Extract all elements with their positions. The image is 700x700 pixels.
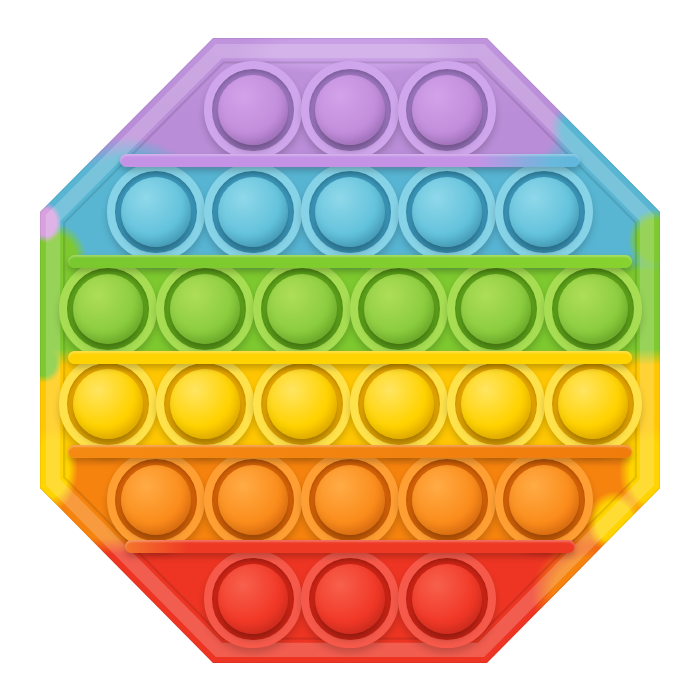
bubble-dome [558, 274, 628, 344]
bubble-dome [315, 564, 385, 634]
bubble-r5c3[interactable] [301, 451, 399, 549]
bubble-dome [218, 465, 288, 535]
bubble-r6c1[interactable] [204, 550, 302, 648]
bubble-r2c2[interactable] [204, 163, 302, 261]
silicone-marbling [578, 95, 698, 215]
bubble-dome [412, 465, 482, 535]
bubble-r3c6[interactable] [544, 260, 642, 358]
bubble-r3c5[interactable] [447, 260, 545, 358]
bubble-r5c4[interactable] [398, 451, 496, 549]
bubble-dome [218, 177, 288, 247]
bubble-r6c2[interactable] [301, 550, 399, 648]
bubble-dome [170, 369, 240, 439]
bubble-r1c3[interactable] [398, 61, 496, 159]
bubble-dome [509, 177, 579, 247]
bubble-r4c5[interactable] [447, 355, 545, 453]
bubble-dome [73, 369, 143, 439]
bubble-r1c2[interactable] [301, 61, 399, 159]
bubble-dome [315, 177, 385, 247]
bubble-dome [412, 177, 482, 247]
bubble-r3c2[interactable] [156, 260, 254, 358]
bubble-r4c2[interactable] [156, 355, 254, 453]
bubble-r5c2[interactable] [204, 451, 302, 549]
bubble-r3c4[interactable] [350, 260, 448, 358]
bubble-dome [364, 369, 434, 439]
bubble-r3c1[interactable] [59, 260, 157, 358]
bubble-dome [461, 274, 531, 344]
silicone-marbling [25, 195, 67, 250]
silicone-marbling [618, 198, 693, 283]
bubble-dome [412, 564, 482, 634]
silicone-marbling [20, 335, 68, 390]
bubble-dome [315, 75, 385, 145]
row-divider [120, 154, 581, 167]
bubble-r4c3[interactable] [253, 355, 351, 453]
row-divider [68, 351, 632, 364]
bubble-dome [558, 369, 628, 439]
bubble-dome [121, 465, 191, 535]
bubble-dome [267, 369, 337, 439]
bubble-dome [315, 465, 385, 535]
bubble-r3c3[interactable] [253, 260, 351, 358]
bubble-r2c4[interactable] [398, 163, 496, 261]
bubble-r2c5[interactable] [495, 163, 593, 261]
bubble-dome [509, 465, 579, 535]
bubble-r2c1[interactable] [107, 163, 205, 261]
bubble-r6c3[interactable] [398, 550, 496, 648]
bubble-dome [218, 75, 288, 145]
bubble-r2c3[interactable] [301, 163, 399, 261]
bubble-r5c1[interactable] [107, 451, 205, 549]
bubble-r4c4[interactable] [350, 355, 448, 453]
bubble-r4c1[interactable] [59, 355, 157, 453]
bubble-dome [412, 75, 482, 145]
bubble-dome [170, 274, 240, 344]
bubble-dome [461, 369, 531, 439]
row-divider [68, 255, 632, 268]
bubble-r4c6[interactable] [544, 355, 642, 453]
bubble-dome [364, 274, 434, 344]
pop-it-board [0, 0, 700, 700]
bubble-dome [267, 274, 337, 344]
bubble-dome [218, 564, 288, 634]
product-photo [0, 0, 700, 700]
row-divider [68, 445, 632, 458]
bubble-r5c5[interactable] [495, 451, 593, 549]
bubble-r1c1[interactable] [204, 61, 302, 159]
bubble-dome [73, 274, 143, 344]
row-divider [125, 540, 574, 553]
bubble-dome [121, 177, 191, 247]
